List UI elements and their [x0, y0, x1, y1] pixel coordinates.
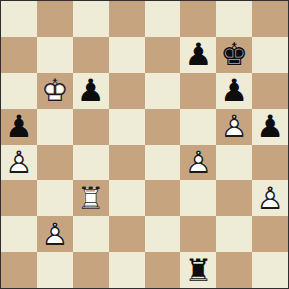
black-pawn-icon: ♟ [256, 111, 284, 142]
square-c4[interactable] [73, 145, 109, 181]
square-b3[interactable] [37, 180, 73, 216]
black-king-icon: ♚ [220, 39, 248, 70]
square-f4[interactable]: ♟♙ [180, 145, 216, 181]
white-pawn[interactable]: ♟♙ [220, 111, 248, 142]
square-h3[interactable]: ♟♙ [252, 180, 288, 216]
square-c8[interactable] [73, 1, 109, 37]
square-b4[interactable] [37, 145, 73, 181]
square-d2[interactable] [109, 216, 145, 252]
square-c3[interactable]: ♜♖ [73, 180, 109, 216]
square-h7[interactable] [252, 37, 288, 73]
white-pawn-icon-outline: ♙ [41, 219, 69, 250]
white-king[interactable]: ♚♔ [41, 75, 69, 106]
square-a7[interactable] [1, 37, 37, 73]
black-rook-icon: ♜ [184, 255, 212, 286]
square-d5[interactable] [109, 109, 145, 145]
square-g1[interactable] [216, 252, 252, 288]
square-f2[interactable] [180, 216, 216, 252]
square-e6[interactable] [145, 73, 181, 109]
square-e3[interactable] [145, 180, 181, 216]
square-f3[interactable] [180, 180, 216, 216]
square-f6[interactable] [180, 73, 216, 109]
square-d7[interactable] [109, 37, 145, 73]
chess-board: ♟♚♚♔♟♟♟♟♙♟♟♙♟♙♜♖♟♙♟♙♜ [0, 0, 289, 289]
black-pawn-icon: ♟ [220, 75, 248, 106]
white-pawn-icon-outline: ♙ [220, 111, 248, 142]
black-pawn[interactable]: ♟ [184, 39, 212, 70]
square-f1[interactable]: ♜ [180, 252, 216, 288]
black-king[interactable]: ♚ [220, 39, 248, 70]
square-h2[interactable] [252, 216, 288, 252]
white-rook[interactable]: ♜♖ [77, 183, 105, 214]
square-b7[interactable] [37, 37, 73, 73]
square-e8[interactable] [145, 1, 181, 37]
square-d4[interactable] [109, 145, 145, 181]
white-king-icon-outline: ♔ [41, 75, 69, 106]
square-f8[interactable] [180, 1, 216, 37]
square-c6[interactable]: ♟ [73, 73, 109, 109]
square-d1[interactable] [109, 252, 145, 288]
square-h1[interactable] [252, 252, 288, 288]
square-b1[interactable] [37, 252, 73, 288]
square-a8[interactable] [1, 1, 37, 37]
square-g4[interactable] [216, 145, 252, 181]
square-d8[interactable] [109, 1, 145, 37]
square-h4[interactable] [252, 145, 288, 181]
square-a4[interactable]: ♟♙ [1, 145, 37, 181]
square-h6[interactable] [252, 73, 288, 109]
square-b6[interactable]: ♚♔ [37, 73, 73, 109]
square-b2[interactable]: ♟♙ [37, 216, 73, 252]
square-a3[interactable] [1, 180, 37, 216]
square-b8[interactable] [37, 1, 73, 37]
white-pawn[interactable]: ♟♙ [41, 219, 69, 250]
square-e2[interactable] [145, 216, 181, 252]
black-pawn-icon: ♟ [5, 111, 33, 142]
black-rook[interactable]: ♜ [184, 255, 212, 286]
square-g5[interactable]: ♟♙ [216, 109, 252, 145]
white-pawn-icon-outline: ♙ [184, 147, 212, 178]
square-c1[interactable] [73, 252, 109, 288]
square-d3[interactable] [109, 180, 145, 216]
white-rook-icon-outline: ♖ [77, 183, 105, 214]
white-pawn-icon-outline: ♙ [5, 147, 33, 178]
square-c7[interactable] [73, 37, 109, 73]
square-g2[interactable] [216, 216, 252, 252]
black-pawn-icon: ♟ [184, 39, 212, 70]
white-pawn[interactable]: ♟♙ [5, 147, 33, 178]
square-c5[interactable] [73, 109, 109, 145]
square-g7[interactable]: ♚ [216, 37, 252, 73]
black-pawn[interactable]: ♟ [220, 75, 248, 106]
square-c2[interactable] [73, 216, 109, 252]
square-a2[interactable] [1, 216, 37, 252]
white-pawn[interactable]: ♟♙ [184, 147, 212, 178]
square-e4[interactable] [145, 145, 181, 181]
white-pawn-icon-outline: ♙ [256, 183, 284, 214]
square-h5[interactable]: ♟ [252, 109, 288, 145]
square-d6[interactable] [109, 73, 145, 109]
square-h8[interactable] [252, 1, 288, 37]
square-g6[interactable]: ♟ [216, 73, 252, 109]
black-pawn[interactable]: ♟ [77, 75, 105, 106]
square-e1[interactable] [145, 252, 181, 288]
black-pawn[interactable]: ♟ [256, 111, 284, 142]
black-pawn-icon: ♟ [77, 75, 105, 106]
square-f7[interactable]: ♟ [180, 37, 216, 73]
square-b5[interactable] [37, 109, 73, 145]
square-g3[interactable] [216, 180, 252, 216]
square-a6[interactable] [1, 73, 37, 109]
square-e7[interactable] [145, 37, 181, 73]
square-g8[interactable] [216, 1, 252, 37]
square-a5[interactable]: ♟ [1, 109, 37, 145]
square-e5[interactable] [145, 109, 181, 145]
square-a1[interactable] [1, 252, 37, 288]
square-f5[interactable] [180, 109, 216, 145]
white-pawn[interactable]: ♟♙ [256, 183, 284, 214]
black-pawn[interactable]: ♟ [5, 111, 33, 142]
